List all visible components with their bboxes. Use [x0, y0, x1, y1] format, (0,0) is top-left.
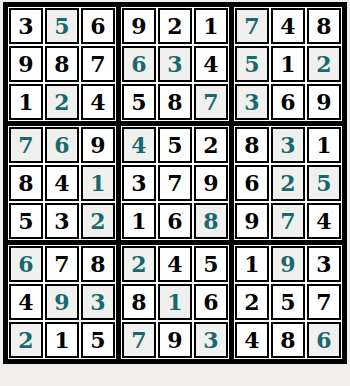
page-background: 3569871249216345877485123697698415324523…	[0, 0, 350, 386]
cell-r7c9-given[interactable]: 3	[307, 246, 341, 282]
cell-r5c4-given[interactable]: 3	[122, 165, 156, 201]
box-3-2: 245816793	[121, 245, 229, 359]
cell-r4c3-given[interactable]: 9	[81, 127, 115, 163]
box-3-1: 678493215	[8, 245, 116, 359]
sudoku-board: 3569871249216345877485123697698415324523…	[3, 2, 347, 364]
cell-r3c7-solved[interactable]: 3	[235, 84, 269, 120]
cell-r9c8-given[interactable]: 8	[271, 322, 305, 358]
cell-r1c7-solved[interactable]: 7	[235, 8, 269, 44]
cell-r2c5-solved[interactable]: 3	[158, 46, 192, 82]
cell-r8c8-given[interactable]: 5	[271, 284, 305, 320]
cell-r1c1-given[interactable]: 3	[9, 8, 43, 44]
cell-r8c3-solved[interactable]: 3	[81, 284, 115, 320]
cell-r7c3-given[interactable]: 8	[81, 246, 115, 282]
box-1-1: 356987124	[8, 7, 116, 121]
box-1-3: 748512369	[234, 7, 342, 121]
cell-r5c5-given[interactable]: 7	[158, 165, 192, 201]
cell-r3c6-solved[interactable]: 7	[194, 84, 228, 120]
cell-r5c8-solved[interactable]: 2	[271, 165, 305, 201]
cell-r6c8-solved[interactable]: 7	[271, 203, 305, 239]
cell-r8c7-given[interactable]: 2	[235, 284, 269, 320]
cell-r1c9-given[interactable]: 8	[307, 8, 341, 44]
cell-r9c7-given[interactable]: 4	[235, 322, 269, 358]
cell-r2c8-given[interactable]: 1	[271, 46, 305, 82]
cell-r4c7-given[interactable]: 8	[235, 127, 269, 163]
cell-r6c2-given[interactable]: 3	[45, 203, 79, 239]
cell-r9c9-solved[interactable]: 6	[307, 322, 341, 358]
cell-r3c4-given[interactable]: 5	[122, 84, 156, 120]
cell-r3c1-given[interactable]: 1	[9, 84, 43, 120]
cell-r4c2-solved[interactable]: 6	[45, 127, 79, 163]
cell-r9c6-solved[interactable]: 3	[194, 322, 228, 358]
cell-r8c9-given[interactable]: 7	[307, 284, 341, 320]
cell-r1c8-given[interactable]: 4	[271, 8, 305, 44]
cell-r9c4-solved[interactable]: 7	[122, 322, 156, 358]
cell-r9c5-given[interactable]: 9	[158, 322, 192, 358]
cell-r4c8-solved[interactable]: 3	[271, 127, 305, 163]
cell-r6c7-given[interactable]: 9	[235, 203, 269, 239]
box-2-2: 452379168	[121, 126, 229, 240]
cell-r5c9-solved[interactable]: 5	[307, 165, 341, 201]
cell-r1c3-given[interactable]: 6	[81, 8, 115, 44]
cell-r8c4-given[interactable]: 8	[122, 284, 156, 320]
cell-r3c9-given[interactable]: 9	[307, 84, 341, 120]
cell-r1c2-solved[interactable]: 5	[45, 8, 79, 44]
cell-r2c6-given[interactable]: 4	[194, 46, 228, 82]
cell-r4c4-solved[interactable]: 4	[122, 127, 156, 163]
cell-r4c6-given[interactable]: 2	[194, 127, 228, 163]
cell-r7c7-given[interactable]: 1	[235, 246, 269, 282]
cell-r9c3-given[interactable]: 5	[81, 322, 115, 358]
cell-r6c1-given[interactable]: 5	[9, 203, 43, 239]
cell-r8c1-given[interactable]: 4	[9, 284, 43, 320]
cell-r5c7-given[interactable]: 6	[235, 165, 269, 201]
cell-r6c5-given[interactable]: 6	[158, 203, 192, 239]
cell-r9c2-given[interactable]: 1	[45, 322, 79, 358]
cell-r5c3-solved[interactable]: 1	[81, 165, 115, 201]
cell-r5c6-given[interactable]: 9	[194, 165, 228, 201]
cell-r7c8-solved[interactable]: 9	[271, 246, 305, 282]
cell-r6c6-solved[interactable]: 8	[194, 203, 228, 239]
cell-r6c3-solved[interactable]: 2	[81, 203, 115, 239]
cell-r6c4-given[interactable]: 1	[122, 203, 156, 239]
cell-r4c9-given[interactable]: 1	[307, 127, 341, 163]
cell-r1c4-given[interactable]: 9	[122, 8, 156, 44]
cell-r2c9-solved[interactable]: 2	[307, 46, 341, 82]
cell-r3c8-given[interactable]: 6	[271, 84, 305, 120]
cell-r2c3-given[interactable]: 7	[81, 46, 115, 82]
cell-r5c1-given[interactable]: 8	[9, 165, 43, 201]
cell-r3c5-given[interactable]: 8	[158, 84, 192, 120]
cell-r3c3-given[interactable]: 4	[81, 84, 115, 120]
cell-r7c4-solved[interactable]: 2	[122, 246, 156, 282]
cell-r8c5-solved[interactable]: 1	[158, 284, 192, 320]
cell-r2c2-given[interactable]: 8	[45, 46, 79, 82]
cell-r7c6-given[interactable]: 5	[194, 246, 228, 282]
cell-r9c1-solved[interactable]: 2	[9, 322, 43, 358]
box-2-1: 769841532	[8, 126, 116, 240]
cell-r5c2-given[interactable]: 4	[45, 165, 79, 201]
box-1-2: 921634587	[121, 7, 229, 121]
cell-r7c5-given[interactable]: 4	[158, 246, 192, 282]
cell-r1c5-given[interactable]: 2	[158, 8, 192, 44]
box-2-3: 831625974	[234, 126, 342, 240]
cell-r3c2-solved[interactable]: 2	[45, 84, 79, 120]
cell-r2c7-solved[interactable]: 5	[235, 46, 269, 82]
cell-r1c6-given[interactable]: 1	[194, 8, 228, 44]
cell-r6c9-given[interactable]: 4	[307, 203, 341, 239]
cell-r4c1-solved[interactable]: 7	[9, 127, 43, 163]
cell-r7c2-given[interactable]: 7	[45, 246, 79, 282]
cell-r8c6-given[interactable]: 6	[194, 284, 228, 320]
cell-r4c5-given[interactable]: 5	[158, 127, 192, 163]
cell-r2c1-given[interactable]: 9	[9, 46, 43, 82]
cell-r2c4-solved[interactable]: 6	[122, 46, 156, 82]
cell-r8c2-solved[interactable]: 9	[45, 284, 79, 320]
cell-r7c1-solved[interactable]: 6	[9, 246, 43, 282]
box-3-3: 193257486	[234, 245, 342, 359]
